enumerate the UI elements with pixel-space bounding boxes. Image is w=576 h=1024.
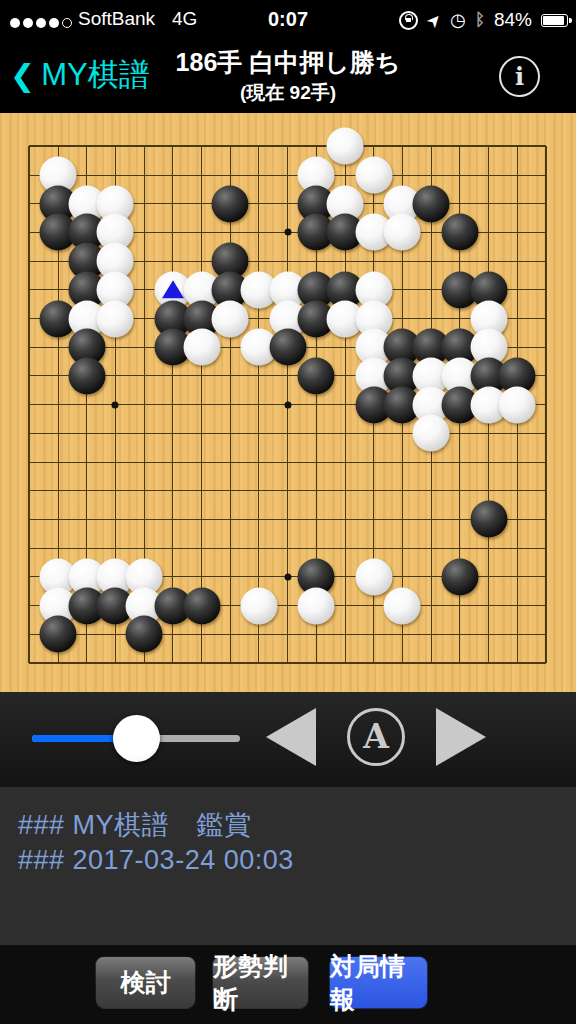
alarm-icon: ◷ xyxy=(450,9,466,31)
grid-line-v xyxy=(545,146,547,663)
back-chevron-icon: ❮ xyxy=(10,58,35,93)
previous-move-button[interactable] xyxy=(266,708,316,766)
last-move-marker xyxy=(162,280,184,298)
nav-bar: ❮ MY棋譜 186手 白中押し勝ち (現在 92手) i xyxy=(0,40,576,113)
stone-white-7-8[interactable] xyxy=(183,329,220,366)
comment-line-title: ### MY棋譜 鑑賞 xyxy=(18,807,252,843)
position-judge-button[interactable]: 形勢判断 xyxy=(212,956,309,1009)
stone-black-17-14[interactable] xyxy=(470,501,507,538)
playback-controls: A xyxy=(0,692,576,787)
stone-white-4-7[interactable] xyxy=(97,300,134,337)
stone-white-13-2[interactable] xyxy=(355,157,392,194)
stone-white-14-4[interactable] xyxy=(384,214,421,251)
battery-percent-label: 84% xyxy=(494,9,532,31)
go-board[interactable] xyxy=(0,113,576,692)
battery-icon xyxy=(541,14,568,27)
rotation-lock-icon xyxy=(399,11,418,30)
auto-play-button[interactable]: A xyxy=(347,708,405,766)
star-point xyxy=(284,401,291,408)
location-icon: ➤ xyxy=(421,8,446,33)
status-bar: SoftBank 4G 0:07 ➤ ◷ ᛒ 84% xyxy=(0,0,576,40)
stone-white-18-10[interactable] xyxy=(499,386,536,423)
stone-black-11-9[interactable] xyxy=(298,357,335,394)
grid-line-h xyxy=(29,490,546,491)
star-point xyxy=(284,573,291,580)
review-button[interactable]: 検討 xyxy=(95,956,196,1009)
stone-white-12-1[interactable] xyxy=(327,128,364,165)
bottom-toolbar: 検討 形勢判断 対局情報 xyxy=(0,945,576,1024)
stone-black-5-18[interactable] xyxy=(126,616,163,653)
star-point xyxy=(112,401,119,408)
grid-line-h xyxy=(29,634,546,635)
stone-black-15-3[interactable] xyxy=(413,185,450,222)
stone-black-7-17[interactable] xyxy=(183,587,220,624)
stone-white-11-17[interactable] xyxy=(298,587,335,624)
stone-white-13-16[interactable] xyxy=(355,558,392,595)
stone-black-2-18[interactable] xyxy=(40,616,77,653)
page-subtitle: (現在 92手) xyxy=(90,80,486,106)
next-move-button[interactable] xyxy=(436,708,486,766)
grid-line-h xyxy=(29,548,546,549)
app-screen: SoftBank 4G 0:07 ➤ ◷ ᛒ 84% ❮ MY棋譜 186手 白… xyxy=(0,0,576,1024)
grid-line-h xyxy=(29,519,546,520)
stone-black-8-3[interactable] xyxy=(212,185,249,222)
stone-white-15-11[interactable] xyxy=(413,415,450,452)
comment-line-date: ### 2017-03-24 00:03 xyxy=(18,845,294,876)
stone-black-16-4[interactable] xyxy=(441,214,478,251)
star-point xyxy=(284,229,291,236)
game-info-button[interactable]: 対局情報 xyxy=(329,956,428,1009)
comment-panel: ### MY棋譜 鑑賞 ### 2017-03-24 00:03 xyxy=(0,787,576,945)
stone-white-14-17[interactable] xyxy=(384,587,421,624)
grid-line-h xyxy=(29,662,546,664)
grid-line-h xyxy=(29,462,546,463)
slider-thumb[interactable] xyxy=(113,715,160,762)
stone-white-9-17[interactable] xyxy=(240,587,277,624)
stone-black-3-9[interactable] xyxy=(68,357,105,394)
info-icon[interactable]: i xyxy=(499,56,540,97)
grid-line-h xyxy=(29,433,546,434)
stone-black-16-16[interactable] xyxy=(441,558,478,595)
stone-white-8-7[interactable] xyxy=(212,300,249,337)
stone-black-10-8[interactable] xyxy=(269,329,306,366)
bluetooth-icon: ᛒ xyxy=(475,10,485,30)
page-title: 186手 白中押し勝ち xyxy=(90,46,486,79)
